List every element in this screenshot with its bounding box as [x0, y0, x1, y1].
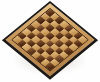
chessboard-photo: [0, 0, 100, 82]
